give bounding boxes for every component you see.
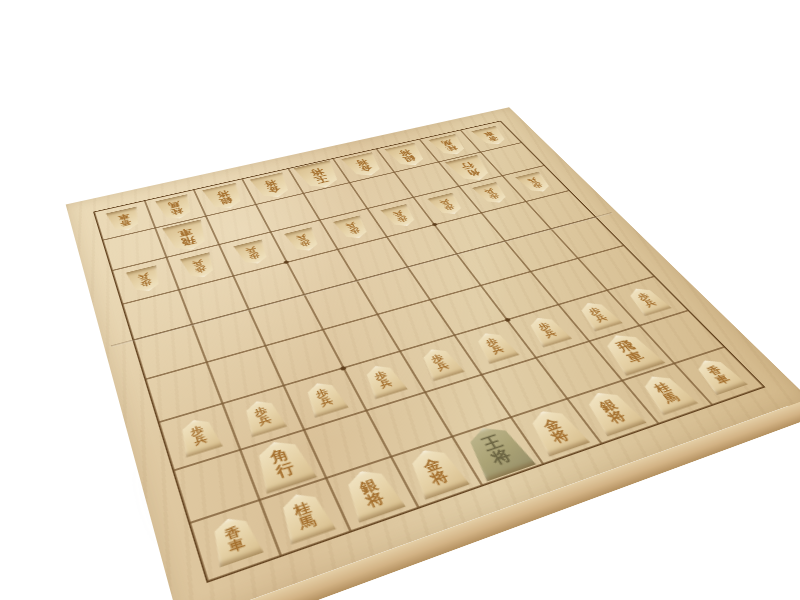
- piece-king-sente: 王将: [457, 420, 538, 482]
- piece-kanji: 将: [549, 428, 572, 445]
- square-94: [122, 290, 192, 340]
- piece-kanji: 兵: [257, 415, 273, 428]
- piece-kanji: 金: [421, 456, 444, 474]
- piece-kanji: 将: [428, 468, 451, 486]
- square-75: [249, 295, 323, 346]
- shogi-board: 香車桂馬銀将金将玉将金将銀将桂馬香車飛車角行歩兵歩兵歩兵歩兵歩兵歩兵歩兵歩兵歩兵…: [66, 107, 800, 600]
- piece-pawn-sente: 歩兵: [238, 396, 288, 438]
- square-58: [425, 374, 511, 436]
- piece-kanji: 行: [274, 461, 297, 480]
- piece-gold-general-sente: 金将: [400, 443, 471, 501]
- square-47: 歩兵: [455, 320, 536, 374]
- piece-kanji: 桂: [651, 381, 672, 395]
- piece-kanji: 歩: [190, 425, 206, 438]
- piece-kanji: 桂: [292, 500, 313, 518]
- piece-lance-sente: 香車: [688, 355, 749, 396]
- square-97: 歩兵: [159, 404, 240, 470]
- piece-kanji: 行: [459, 161, 476, 170]
- square-69: 金将: [391, 436, 482, 507]
- piece-kanji: 歩: [537, 322, 553, 332]
- piece-pawn-sente: 歩兵: [415, 345, 466, 382]
- piece-pawn-sente: 歩兵: [573, 299, 624, 332]
- square-29: 桂馬: [622, 363, 712, 423]
- piece-kanji: 歩: [430, 353, 446, 364]
- piece-kanji: 歩: [314, 388, 330, 400]
- piece-kanji: 香: [223, 524, 242, 541]
- piece-kanji: 兵: [193, 434, 209, 447]
- square-68: [366, 392, 452, 457]
- piece-kanji: 兵: [490, 345, 506, 356]
- piece-kanji: 歩: [253, 406, 269, 419]
- board-grid: 香車桂馬銀将金将玉将金将銀将桂馬香車飛車角行歩兵歩兵歩兵歩兵歩兵歩兵歩兵歩兵歩兵…: [93, 121, 765, 583]
- piece-kanji: 歩: [636, 292, 652, 302]
- piece-gold-general-sente: 金将: [520, 404, 591, 457]
- piece-pawn-gote: 歩兵: [471, 182, 513, 206]
- piece-kanji: 車: [482, 131, 495, 138]
- board-top-surface: 香車桂馬銀将金将玉将金将銀将桂馬香車飛車角行歩兵歩兵歩兵歩兵歩兵歩兵歩兵歩兵歩兵…: [66, 107, 800, 600]
- piece-kanji: 兵: [642, 299, 658, 309]
- piece-lance-gote: 香車: [104, 206, 144, 234]
- piece-kanji: 兵: [542, 329, 558, 339]
- piece-pawn-gote: 歩兵: [283, 227, 325, 254]
- piece-pawn-gote: 歩兵: [125, 265, 166, 295]
- piece-kanji: 将: [488, 447, 514, 467]
- piece-kanji: 馬: [660, 390, 681, 404]
- piece-silver-general-sente: 銀将: [577, 386, 648, 437]
- square-28: 飛車: [589, 325, 674, 380]
- square-76: [266, 330, 343, 386]
- star-point: [340, 366, 347, 371]
- square-19: 香車: [674, 347, 764, 405]
- piece-pawn-sente: 歩兵: [299, 378, 350, 418]
- piece-kanji: 歩: [587, 307, 603, 317]
- square-46: [430, 285, 507, 335]
- piece-kanji: 兵: [435, 361, 451, 372]
- square-57: 歩兵: [400, 335, 481, 392]
- piece-knight-gote: 桂馬: [428, 134, 472, 158]
- square-87: 歩兵: [223, 386, 305, 450]
- piece-pawn-gote: 歩兵: [380, 204, 422, 230]
- square-66: [323, 314, 400, 368]
- piece-knight-sente: 桂馬: [272, 487, 338, 545]
- piece-pawn-sente: 歩兵: [470, 329, 521, 365]
- piece-kanji: 兵: [319, 396, 335, 408]
- piece-kanji: 歩: [373, 370, 389, 382]
- piece-kanji: 車: [624, 350, 647, 365]
- piece-pawn-sente: 歩兵: [522, 313, 573, 347]
- square-37: 歩兵: [507, 305, 588, 357]
- square-59: 王将: [452, 417, 543, 485]
- piece-pawn-sente: 歩兵: [174, 414, 224, 458]
- piece-kanji: 角: [269, 447, 292, 466]
- piece-pawn-gote: 歩兵: [426, 193, 468, 218]
- piece-pawn-gote: 歩兵: [179, 252, 220, 281]
- piece-kanji: 将: [308, 167, 326, 177]
- square-67: 歩兵: [343, 351, 425, 410]
- square-48: [482, 357, 568, 417]
- piece-kanji: 兵: [378, 378, 394, 390]
- square-99: 香車: [190, 500, 281, 582]
- star-point: [504, 318, 511, 323]
- piece-kanji: 車: [227, 536, 247, 554]
- piece-kanji: 将: [363, 490, 386, 509]
- piece-kanji: 将: [605, 409, 628, 425]
- piece-kanji: 車: [177, 227, 194, 238]
- piece-rook-sente: 飛車: [595, 329, 667, 377]
- piece-kanji: 車: [713, 373, 732, 386]
- square-39: 銀将: [567, 381, 658, 444]
- square-78: [304, 410, 390, 477]
- square-98: [174, 449, 260, 522]
- square-95: [134, 324, 207, 379]
- piece-kanji: 銀: [596, 398, 619, 414]
- piece-kanji: 兵: [593, 314, 609, 324]
- square-96: [146, 362, 223, 422]
- piece-pawn-gote: 歩兵: [232, 239, 273, 267]
- square-86: [207, 346, 284, 404]
- piece-kanji: 馬: [297, 513, 318, 531]
- piece-kanji: 飛: [615, 339, 638, 354]
- square-85: [192, 309, 266, 362]
- piece-silver-general-sente: 銀将: [336, 463, 407, 523]
- photo-scene: 香車桂馬銀将金将玉将金将銀将桂馬香車飛車角行歩兵歩兵歩兵歩兵歩兵歩兵歩兵歩兵歩兵…: [0, 0, 800, 600]
- piece-kanji: 金: [540, 416, 563, 432]
- square-77: 歩兵: [284, 368, 366, 429]
- square-38: [536, 341, 622, 398]
- square-49: 金将: [511, 398, 602, 464]
- square-56: [377, 300, 454, 352]
- piece-kanji: 銀: [357, 477, 380, 496]
- square-88: 角行: [240, 429, 326, 499]
- square-89: 桂馬: [260, 478, 351, 556]
- piece-lance-gote: 香車: [470, 126, 511, 148]
- piece-bishop-sente: 角行: [247, 434, 319, 495]
- piece-pawn-gote: 歩兵: [514, 172, 556, 195]
- piece-kanji: 王: [480, 433, 506, 452]
- square-79: 銀将: [327, 457, 418, 532]
- piece-pawn-sente: 歩兵: [358, 361, 409, 400]
- square-27: 歩兵: [558, 290, 639, 341]
- piece-kanji: 香: [704, 364, 723, 376]
- piece-knight-sente: 桂馬: [634, 370, 700, 415]
- piece-pawn-gote: 歩兵: [332, 215, 374, 242]
- piece-pawn-sente: 歩兵: [622, 285, 673, 317]
- piece-kanji: 歩: [484, 337, 500, 348]
- piece-lance-sente: 香車: [205, 511, 266, 568]
- square-18: [639, 310, 724, 363]
